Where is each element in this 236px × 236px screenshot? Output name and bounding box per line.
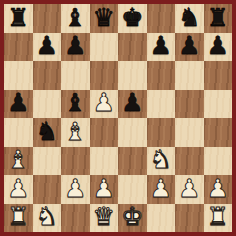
white-pawn[interactable]: ♟ <box>7 176 29 201</box>
square-e5[interactable]: ♟ <box>118 90 147 119</box>
square-c5[interactable]: ♝ <box>61 90 90 119</box>
square-a2[interactable]: ♟ <box>4 175 33 204</box>
square-f8[interactable] <box>147 4 176 33</box>
square-e3[interactable] <box>118 147 147 176</box>
black-pawn[interactable]: ♟ <box>64 33 86 58</box>
square-c3[interactable] <box>61 147 90 176</box>
square-b2[interactable] <box>33 175 62 204</box>
black-pawn[interactable]: ♟ <box>178 33 200 58</box>
square-c2[interactable]: ♟ <box>61 175 90 204</box>
square-f2[interactable]: ♟ <box>147 175 176 204</box>
white-pawn[interactable]: ♟ <box>64 176 86 201</box>
square-g3[interactable] <box>175 147 204 176</box>
square-b8[interactable] <box>33 4 62 33</box>
black-pawn[interactable]: ♟ <box>207 33 229 58</box>
square-a5[interactable]: ♟ <box>4 90 33 119</box>
white-king[interactable]: ♚ <box>121 204 143 229</box>
white-pawn[interactable]: ♟ <box>207 176 229 201</box>
white-rook[interactable]: ♜ <box>207 204 229 229</box>
square-e2[interactable] <box>118 175 147 204</box>
square-h4[interactable] <box>204 118 233 147</box>
square-b3[interactable] <box>33 147 62 176</box>
square-c8[interactable]: ♝ <box>61 4 90 33</box>
square-f5[interactable] <box>147 90 176 119</box>
black-queen[interactable]: ♛ <box>93 5 115 30</box>
square-c4[interactable]: ♝ <box>61 118 90 147</box>
black-pawn[interactable]: ♟ <box>150 33 172 58</box>
square-h5[interactable] <box>204 90 233 119</box>
chess-board-frame: ♜♝♛♚♞♜♟♟♟♟♟♟♝♟♟♞♝♝♞♟♟♟♟♟♟♜♞♛♚♜ <box>0 0 236 236</box>
square-h2[interactable]: ♟ <box>204 175 233 204</box>
square-e7[interactable] <box>118 33 147 62</box>
square-f3[interactable]: ♞ <box>147 147 176 176</box>
square-c6[interactable] <box>61 61 90 90</box>
black-rook[interactable]: ♜ <box>207 5 229 30</box>
square-g6[interactable] <box>175 61 204 90</box>
square-g5[interactable] <box>175 90 204 119</box>
square-a1[interactable]: ♜ <box>4 204 33 233</box>
square-h1[interactable]: ♜ <box>204 204 233 233</box>
square-d7[interactable] <box>90 33 119 62</box>
square-b6[interactable] <box>33 61 62 90</box>
white-rook[interactable]: ♜ <box>7 204 29 229</box>
square-e8[interactable]: ♚ <box>118 4 147 33</box>
white-queen[interactable]: ♛ <box>93 204 115 229</box>
square-c1[interactable] <box>61 204 90 233</box>
black-pawn[interactable]: ♟ <box>7 90 29 115</box>
square-h7[interactable]: ♟ <box>204 33 233 62</box>
square-b1[interactable]: ♞ <box>33 204 62 233</box>
square-h6[interactable] <box>204 61 233 90</box>
square-d8[interactable]: ♛ <box>90 4 119 33</box>
white-bishop[interactable]: ♝ <box>64 119 86 144</box>
square-d2[interactable]: ♟ <box>90 175 119 204</box>
black-knight[interactable]: ♞ <box>178 5 200 30</box>
white-pawn[interactable]: ♟ <box>93 90 115 115</box>
square-g7[interactable]: ♟ <box>175 33 204 62</box>
square-a6[interactable] <box>4 61 33 90</box>
square-e6[interactable] <box>118 61 147 90</box>
square-g8[interactable]: ♞ <box>175 4 204 33</box>
white-pawn[interactable]: ♟ <box>93 176 115 201</box>
black-bishop[interactable]: ♝ <box>64 5 86 30</box>
square-e1[interactable]: ♚ <box>118 204 147 233</box>
square-f1[interactable] <box>147 204 176 233</box>
square-d4[interactable] <box>90 118 119 147</box>
black-knight[interactable]: ♞ <box>36 119 58 144</box>
black-king[interactable]: ♚ <box>121 5 143 30</box>
square-b4[interactable]: ♞ <box>33 118 62 147</box>
square-b5[interactable] <box>33 90 62 119</box>
square-d6[interactable] <box>90 61 119 90</box>
white-bishop[interactable]: ♝ <box>7 147 29 172</box>
chess-board: ♜♝♛♚♞♜♟♟♟♟♟♟♝♟♟♞♝♝♞♟♟♟♟♟♟♜♞♛♚♜ <box>4 4 232 232</box>
square-a8[interactable]: ♜ <box>4 4 33 33</box>
square-f7[interactable]: ♟ <box>147 33 176 62</box>
square-h3[interactable] <box>204 147 233 176</box>
square-e4[interactable] <box>118 118 147 147</box>
square-a4[interactable] <box>4 118 33 147</box>
white-knight[interactable]: ♞ <box>150 147 172 172</box>
white-pawn[interactable]: ♟ <box>150 176 172 201</box>
white-knight[interactable]: ♞ <box>36 204 58 229</box>
black-bishop[interactable]: ♝ <box>64 90 86 115</box>
white-pawn[interactable]: ♟ <box>178 176 200 201</box>
black-pawn[interactable]: ♟ <box>36 33 58 58</box>
square-d1[interactable]: ♛ <box>90 204 119 233</box>
square-g2[interactable]: ♟ <box>175 175 204 204</box>
square-g4[interactable] <box>175 118 204 147</box>
black-rook[interactable]: ♜ <box>7 5 29 30</box>
square-a3[interactable]: ♝ <box>4 147 33 176</box>
black-pawn[interactable]: ♟ <box>121 90 143 115</box>
square-c7[interactable]: ♟ <box>61 33 90 62</box>
square-d3[interactable] <box>90 147 119 176</box>
square-d5[interactable]: ♟ <box>90 90 119 119</box>
square-f6[interactable] <box>147 61 176 90</box>
square-h8[interactable]: ♜ <box>204 4 233 33</box>
square-g1[interactable] <box>175 204 204 233</box>
square-a7[interactable] <box>4 33 33 62</box>
square-b7[interactable]: ♟ <box>33 33 62 62</box>
square-f4[interactable] <box>147 118 176 147</box>
